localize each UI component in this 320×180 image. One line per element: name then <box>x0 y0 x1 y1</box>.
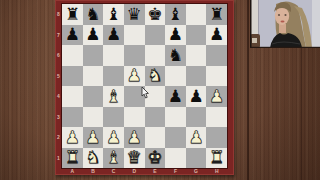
square-h7[interactable]: ♟ <box>206 25 227 46</box>
piece-white-rook: ♜ <box>209 149 224 166</box>
square-f5[interactable] <box>165 66 186 87</box>
square-g8[interactable] <box>186 4 207 25</box>
person-eye-left <box>278 14 280 15</box>
file-label-c: C <box>103 168 124 175</box>
piece-white-pawn: ♟ <box>65 128 80 145</box>
square-f7[interactable]: ♟ <box>165 25 186 46</box>
person-eye-right <box>284 14 286 15</box>
piece-white-king: ♚ <box>147 149 162 166</box>
piece-black-king: ♚ <box>147 5 162 22</box>
square-e6[interactable] <box>145 45 166 66</box>
square-c5[interactable] <box>103 66 124 87</box>
square-b3[interactable] <box>83 107 104 128</box>
square-a3[interactable] <box>62 107 83 128</box>
file-label-g: G <box>186 168 207 175</box>
file-label-d: D <box>124 168 145 175</box>
square-e8[interactable]: ♚ <box>145 4 166 25</box>
square-a7[interactable]: ♟ <box>62 25 83 46</box>
piece-white-pawn: ♟ <box>85 128 100 145</box>
file-label-h: H <box>206 168 227 175</box>
piece-white-pawn: ♟ <box>127 67 142 84</box>
file-label-a: A <box>62 168 83 175</box>
square-d7[interactable] <box>124 25 145 46</box>
piece-black-pawn: ♟ <box>65 26 80 43</box>
piece-white-pawn: ♟ <box>127 128 142 145</box>
file-label-e: E <box>145 168 166 175</box>
rank-label-2: 2 <box>55 127 62 148</box>
square-g4[interactable]: ♟ <box>186 86 207 107</box>
square-b4[interactable] <box>83 86 104 107</box>
square-f4[interactable]: ♟ <box>165 86 186 107</box>
piece-white-queen: ♛ <box>127 149 142 166</box>
rank-label-6: 6 <box>55 45 62 66</box>
square-a5[interactable] <box>62 66 83 87</box>
square-a8[interactable]: ♜ <box>62 4 83 25</box>
piece-black-pawn: ♟ <box>168 87 183 104</box>
rank-label-5: 5 <box>55 66 62 87</box>
piece-white-bishop: ♝ <box>106 87 121 104</box>
square-a1[interactable]: ♜ <box>62 148 83 169</box>
piece-black-bishop: ♝ <box>168 5 183 22</box>
square-f8[interactable]: ♝ <box>165 4 186 25</box>
square-c2[interactable]: ♟ <box>103 127 124 148</box>
piece-black-knight: ♞ <box>85 5 100 22</box>
square-e2[interactable] <box>145 127 166 148</box>
chair-detail <box>252 38 257 43</box>
square-d1[interactable]: ♛ <box>124 148 145 169</box>
piece-white-pawn: ♟ <box>106 128 121 145</box>
piece-black-knight: ♞ <box>168 46 183 63</box>
square-f1[interactable] <box>165 148 186 169</box>
webcam-overlay <box>250 0 320 48</box>
piece-black-queen: ♛ <box>127 5 142 22</box>
square-b2[interactable]: ♟ <box>83 127 104 148</box>
wood-plank-seam <box>247 0 249 180</box>
square-b1[interactable]: ♞ <box>83 148 104 169</box>
square-g6[interactable] <box>186 45 207 66</box>
rank-label-1: 1 <box>55 148 62 169</box>
piece-white-pawn: ♟ <box>188 128 203 145</box>
square-f3[interactable] <box>165 107 186 128</box>
piece-black-pawn: ♟ <box>209 26 224 43</box>
square-c1[interactable]: ♝ <box>103 148 124 169</box>
square-g2[interactable]: ♟ <box>186 127 207 148</box>
rank-label-7: 7 <box>55 25 62 46</box>
square-c3[interactable] <box>103 107 124 128</box>
square-a4[interactable] <box>62 86 83 107</box>
square-g1[interactable] <box>186 148 207 169</box>
square-b6[interactable] <box>83 45 104 66</box>
square-c6[interactable] <box>103 45 124 66</box>
chess-board-frame: ♜♞♝♛♚♝♜♟♟♟♟♟♞♟♞♝♟♟♟♟♟♟♟♟♜♞♝♛♚♜ 87654321A… <box>55 0 234 175</box>
file-label-b: B <box>83 168 104 175</box>
square-d3[interactable] <box>124 107 145 128</box>
piece-black-pawn: ♟ <box>188 87 203 104</box>
square-g3[interactable] <box>186 107 207 128</box>
piece-black-rook: ♜ <box>209 5 224 22</box>
piece-black-pawn: ♟ <box>106 26 121 43</box>
piece-white-pawn: ♟ <box>209 87 224 104</box>
piece-black-bishop: ♝ <box>106 5 121 22</box>
square-e5[interactable]: ♞ <box>145 66 166 87</box>
video-frame: ♜♞♝♛♚♝♜♟♟♟♟♟♞♟♞♝♟♟♟♟♟♟♟♟♜♞♝♛♚♜ 87654321A… <box>0 0 320 180</box>
piece-black-pawn: ♟ <box>85 26 100 43</box>
square-h4[interactable]: ♟ <box>206 86 227 107</box>
square-h2[interactable] <box>206 127 227 148</box>
webcam-right-highlight <box>312 0 320 48</box>
square-f6[interactable]: ♞ <box>165 45 186 66</box>
square-c7[interactable]: ♟ <box>103 25 124 46</box>
square-a6[interactable] <box>62 45 83 66</box>
piece-white-knight: ♞ <box>85 149 100 166</box>
piece-white-rook: ♜ <box>65 149 80 166</box>
square-h8[interactable]: ♜ <box>206 4 227 25</box>
square-h1[interactable]: ♜ <box>206 148 227 169</box>
piece-white-knight: ♞ <box>147 67 162 84</box>
person-lips <box>281 20 285 22</box>
square-d4[interactable] <box>124 86 145 107</box>
rank-label-8: 8 <box>55 4 62 25</box>
rank-label-4: 4 <box>55 86 62 107</box>
piece-white-bishop: ♝ <box>106 149 121 166</box>
square-h3[interactable] <box>206 107 227 128</box>
webcam-bottom-border <box>250 47 320 48</box>
piece-black-rook: ♜ <box>65 5 80 22</box>
square-c4[interactable]: ♝ <box>103 86 124 107</box>
chess-board: ♜♞♝♛♚♝♜♟♟♟♟♟♞♟♞♝♟♟♟♟♟♟♟♟♜♞♝♛♚♜ <box>62 4 227 168</box>
square-b7[interactable]: ♟ <box>83 25 104 46</box>
square-d8[interactable]: ♛ <box>124 4 145 25</box>
square-g5[interactable] <box>186 66 207 87</box>
webcam-left-border <box>250 0 252 48</box>
square-g7[interactable] <box>186 25 207 46</box>
square-d6[interactable] <box>124 45 145 66</box>
square-c8[interactable]: ♝ <box>103 4 124 25</box>
square-e1[interactable]: ♚ <box>145 148 166 169</box>
file-label-f: F <box>165 168 186 175</box>
person-neck <box>279 24 286 33</box>
square-e4[interactable] <box>145 86 166 107</box>
square-f2[interactable] <box>165 127 186 148</box>
piece-black-pawn: ♟ <box>168 26 183 43</box>
square-e7[interactable] <box>145 25 166 46</box>
square-b5[interactable] <box>83 66 104 87</box>
square-d5[interactable]: ♟ <box>124 66 145 87</box>
rank-label-3: 3 <box>55 107 62 128</box>
square-e3[interactable] <box>145 107 166 128</box>
square-h5[interactable] <box>206 66 227 87</box>
square-b8[interactable]: ♞ <box>83 4 104 25</box>
square-d2[interactable]: ♟ <box>124 127 145 148</box>
square-h6[interactable] <box>206 45 227 66</box>
square-a2[interactable]: ♟ <box>62 127 83 148</box>
